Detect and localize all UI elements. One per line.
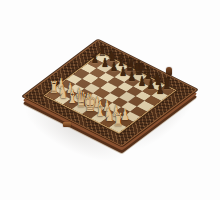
- chess-board: [23, 40, 198, 147]
- chess-set-photo: ♜♞♝♛♚♝♞♜♟♟♟♟♟♟♟♟♟♟♟♟♟♟♟♟♜♞♝♛♚♝♞♜: [0, 0, 220, 200]
- latch: [63, 122, 71, 127]
